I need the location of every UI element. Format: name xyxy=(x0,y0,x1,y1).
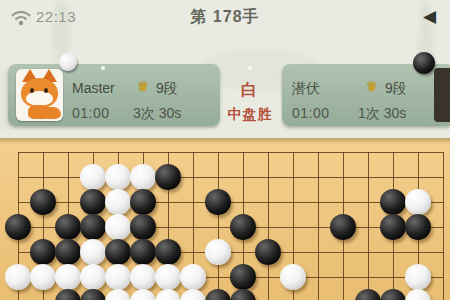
white-player-name: Master xyxy=(72,80,115,96)
black-player-name: 潜伏 xyxy=(292,80,320,98)
white-stone xyxy=(155,264,181,290)
board-top-shadow xyxy=(0,138,450,144)
black-stone xyxy=(130,189,156,215)
black-stone xyxy=(130,214,156,240)
white-stone xyxy=(105,164,131,190)
white-stone xyxy=(105,214,131,240)
white-player-rank: 9段 xyxy=(156,80,178,98)
fox-tail-icon xyxy=(46,107,61,121)
black-stone xyxy=(155,164,181,190)
game-result: 白 中盘胜 xyxy=(216,80,284,124)
black-stone xyxy=(230,264,256,290)
white-stone xyxy=(30,264,56,290)
black-stone xyxy=(130,239,156,265)
black-stone xyxy=(255,239,281,265)
status-bar: 22:13 第 178手 ◀ xyxy=(0,0,450,34)
black-stone xyxy=(355,289,381,300)
white-stone xyxy=(105,289,131,300)
white-stone xyxy=(205,239,231,265)
result-method: 中盘胜 xyxy=(216,106,284,124)
black-stone xyxy=(230,289,256,300)
black-stone xyxy=(380,189,406,215)
white-stone xyxy=(80,264,106,290)
white-stone xyxy=(180,289,206,300)
fox-eye-icon xyxy=(30,88,34,93)
crown-icon: ♛ xyxy=(137,79,149,94)
black-stone-indicator xyxy=(413,52,435,74)
black-stone xyxy=(30,189,56,215)
white-stone xyxy=(55,264,81,290)
black-stone xyxy=(380,289,406,300)
white-stone xyxy=(5,264,31,290)
black-stone xyxy=(5,214,31,240)
white-stone xyxy=(130,164,156,190)
white-stone-indicator xyxy=(59,53,77,71)
black-stone xyxy=(55,239,81,265)
black-stone xyxy=(205,189,231,215)
fox-face-icon xyxy=(26,91,53,106)
white-stone xyxy=(405,189,431,215)
avatar-black-player[interactable] xyxy=(434,68,450,122)
result-winner: 白 xyxy=(216,80,284,101)
back-icon[interactable]: ◀ xyxy=(423,6,436,27)
white-stone xyxy=(155,289,181,300)
black-player-clock: 01:00 xyxy=(292,105,330,121)
black-player-byoyomi: 1次 30s xyxy=(358,105,406,123)
go-app-screen: 22:13 第 178手 ◀ Master ♛ 9段 01:00 3次 30s … xyxy=(0,0,450,300)
sparkle-dot xyxy=(101,66,105,70)
black-stone xyxy=(55,214,81,240)
black-stone xyxy=(80,189,106,215)
white-stone xyxy=(130,289,156,300)
white-stone xyxy=(130,264,156,290)
white-player-clock: 01:00 xyxy=(72,105,110,121)
black-stone xyxy=(55,289,81,300)
black-stone xyxy=(105,239,131,265)
white-stone xyxy=(105,189,131,215)
move-counter: 第 178手 xyxy=(0,7,450,28)
black-stone xyxy=(205,289,231,300)
go-board[interactable] xyxy=(0,138,450,300)
white-stone xyxy=(405,264,431,290)
white-stone xyxy=(80,164,106,190)
white-stone xyxy=(180,264,206,290)
black-stone xyxy=(230,214,256,240)
crown-icon: ♛ xyxy=(366,79,378,94)
sparkle-dot xyxy=(248,66,252,70)
white-stone xyxy=(80,239,106,265)
white-player-byoyomi: 3次 30s xyxy=(133,105,181,123)
black-stone xyxy=(380,214,406,240)
black-stone xyxy=(30,239,56,265)
player-panel-white: Master ♛ 9段 01:00 3次 30s xyxy=(8,64,220,126)
grid-line-horizontal xyxy=(18,152,444,153)
fox-eye-icon xyxy=(44,88,48,93)
white-stone xyxy=(405,289,431,300)
black-stone xyxy=(405,214,431,240)
white-stone xyxy=(105,264,131,290)
black-stone xyxy=(80,214,106,240)
black-player-rank: 9段 xyxy=(385,80,407,98)
avatar-white-player[interactable] xyxy=(16,69,63,121)
black-stone xyxy=(330,214,356,240)
black-stone xyxy=(80,289,106,300)
white-stone xyxy=(280,264,306,290)
black-stone xyxy=(155,239,181,265)
